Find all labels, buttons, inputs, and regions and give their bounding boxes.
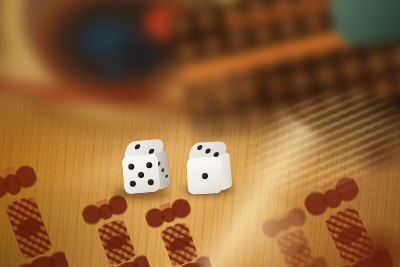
pip	[165, 173, 169, 178]
pip	[138, 171, 145, 178]
pip	[161, 167, 165, 172]
die-left-front-face	[121, 154, 160, 195]
die-right	[185, 141, 235, 195]
pip	[134, 144, 140, 149]
die-right-front-face	[186, 156, 223, 195]
backgammon-photo	[0, 0, 400, 267]
pip	[147, 179, 154, 186]
pip	[197, 145, 203, 150]
pip	[130, 181, 137, 188]
dice	[0, 0, 400, 267]
pip	[201, 173, 207, 179]
die-left	[119, 138, 171, 196]
pip	[128, 163, 135, 170]
pip	[205, 148, 211, 153]
pip	[146, 162, 153, 169]
